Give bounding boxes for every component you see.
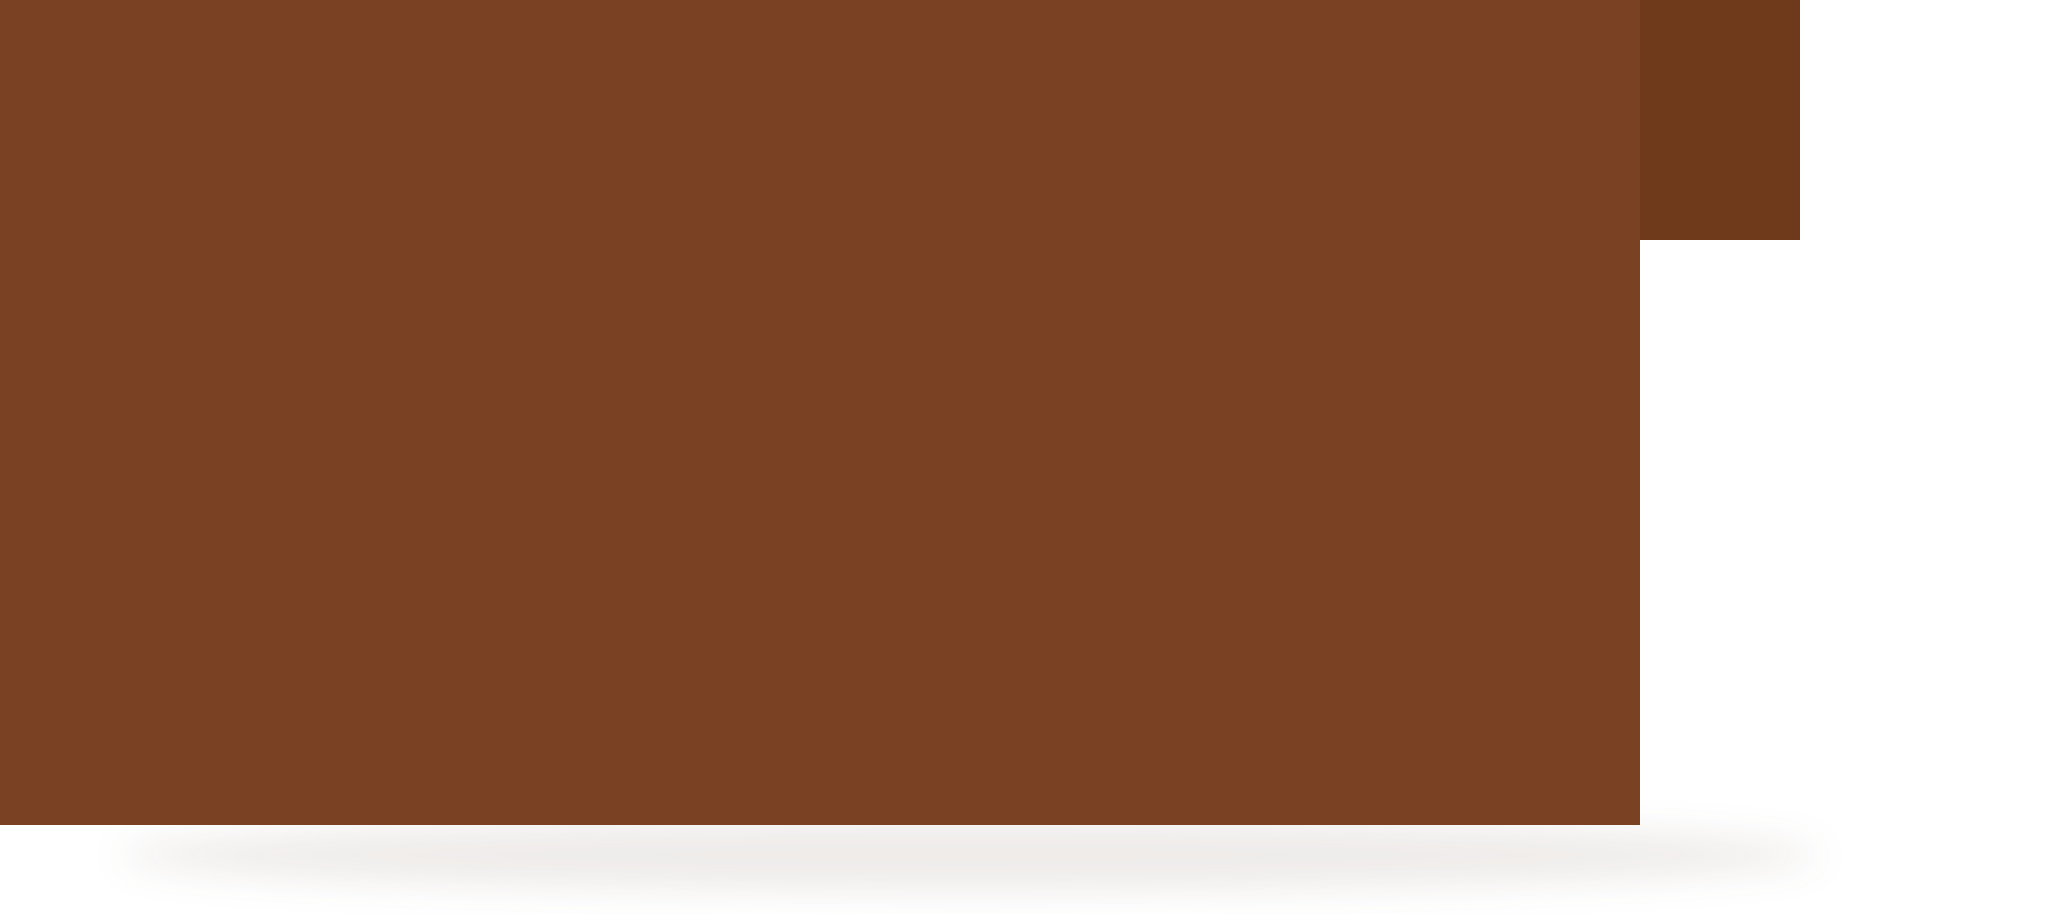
board-top-face [0,0,1640,825]
product-photo-scene [0,0,2048,914]
soft-shadow [120,820,1820,890]
